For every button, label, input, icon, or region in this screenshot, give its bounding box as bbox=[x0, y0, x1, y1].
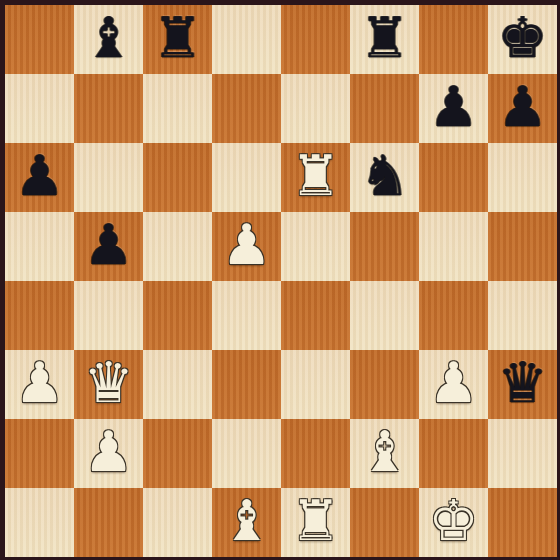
square-g5[interactable] bbox=[419, 212, 488, 281]
square-b3[interactable]: ♛ bbox=[74, 350, 143, 419]
square-a4[interactable] bbox=[5, 281, 74, 350]
piece-white-rook[interactable]: ♜ bbox=[290, 143, 340, 210]
square-d2[interactable] bbox=[212, 419, 281, 488]
square-d5[interactable]: ♟ bbox=[212, 212, 281, 281]
chess-board-frame: ♝♜♜♚♟♟♟♜♞♟♟♟♛♟♛♟♝♝♜♚ bbox=[0, 0, 560, 560]
square-a3[interactable]: ♟ bbox=[5, 350, 74, 419]
square-g1[interactable]: ♚ bbox=[419, 488, 488, 557]
piece-white-pawn[interactable]: ♟ bbox=[221, 212, 271, 279]
piece-white-bishop[interactable]: ♝ bbox=[359, 419, 409, 486]
square-d7[interactable] bbox=[212, 74, 281, 143]
square-e4[interactable] bbox=[281, 281, 350, 350]
piece-black-rook[interactable]: ♜ bbox=[152, 5, 202, 72]
square-c2[interactable] bbox=[143, 419, 212, 488]
square-h1[interactable] bbox=[488, 488, 557, 557]
square-c1[interactable] bbox=[143, 488, 212, 557]
square-g3[interactable]: ♟ bbox=[419, 350, 488, 419]
square-f8[interactable]: ♜ bbox=[350, 5, 419, 74]
square-b2[interactable]: ♟ bbox=[74, 419, 143, 488]
square-e6[interactable]: ♜ bbox=[281, 143, 350, 212]
square-c3[interactable] bbox=[143, 350, 212, 419]
square-b5[interactable]: ♟ bbox=[74, 212, 143, 281]
square-e8[interactable] bbox=[281, 5, 350, 74]
piece-white-bishop[interactable]: ♝ bbox=[221, 488, 271, 555]
square-h2[interactable] bbox=[488, 419, 557, 488]
square-h6[interactable] bbox=[488, 143, 557, 212]
square-g6[interactable] bbox=[419, 143, 488, 212]
square-b6[interactable] bbox=[74, 143, 143, 212]
square-f2[interactable]: ♝ bbox=[350, 419, 419, 488]
square-f1[interactable] bbox=[350, 488, 419, 557]
square-f3[interactable] bbox=[350, 350, 419, 419]
square-h8[interactable]: ♚ bbox=[488, 5, 557, 74]
square-h4[interactable] bbox=[488, 281, 557, 350]
square-c7[interactable] bbox=[143, 74, 212, 143]
piece-black-pawn[interactable]: ♟ bbox=[83, 212, 133, 279]
square-a6[interactable]: ♟ bbox=[5, 143, 74, 212]
piece-black-bishop[interactable]: ♝ bbox=[83, 5, 133, 72]
square-b4[interactable] bbox=[74, 281, 143, 350]
square-f4[interactable] bbox=[350, 281, 419, 350]
piece-white-king[interactable]: ♚ bbox=[428, 488, 478, 555]
square-c4[interactable] bbox=[143, 281, 212, 350]
square-h7[interactable]: ♟ bbox=[488, 74, 557, 143]
square-b8[interactable]: ♝ bbox=[74, 5, 143, 74]
square-c5[interactable] bbox=[143, 212, 212, 281]
piece-white-rook[interactable]: ♜ bbox=[290, 488, 340, 555]
piece-white-pawn[interactable]: ♟ bbox=[83, 419, 133, 486]
square-d8[interactable] bbox=[212, 5, 281, 74]
piece-black-pawn[interactable]: ♟ bbox=[497, 74, 547, 141]
piece-black-pawn[interactable]: ♟ bbox=[14, 143, 64, 210]
square-b1[interactable] bbox=[74, 488, 143, 557]
square-a8[interactable] bbox=[5, 5, 74, 74]
square-e7[interactable] bbox=[281, 74, 350, 143]
piece-black-rook[interactable]: ♜ bbox=[359, 5, 409, 72]
square-e1[interactable]: ♜ bbox=[281, 488, 350, 557]
piece-black-pawn[interactable]: ♟ bbox=[428, 74, 478, 141]
square-a7[interactable] bbox=[5, 74, 74, 143]
square-e5[interactable] bbox=[281, 212, 350, 281]
piece-white-pawn[interactable]: ♟ bbox=[14, 350, 64, 417]
square-e3[interactable] bbox=[281, 350, 350, 419]
square-e2[interactable] bbox=[281, 419, 350, 488]
square-a2[interactable] bbox=[5, 419, 74, 488]
piece-white-queen[interactable]: ♛ bbox=[83, 350, 133, 417]
square-d3[interactable] bbox=[212, 350, 281, 419]
square-g8[interactable] bbox=[419, 5, 488, 74]
square-c6[interactable] bbox=[143, 143, 212, 212]
square-f5[interactable] bbox=[350, 212, 419, 281]
square-g4[interactable] bbox=[419, 281, 488, 350]
piece-black-queen[interactable]: ♛ bbox=[497, 350, 547, 417]
square-a5[interactable] bbox=[5, 212, 74, 281]
square-f7[interactable] bbox=[350, 74, 419, 143]
square-d1[interactable]: ♝ bbox=[212, 488, 281, 557]
square-g2[interactable] bbox=[419, 419, 488, 488]
square-d6[interactable] bbox=[212, 143, 281, 212]
piece-black-king[interactable]: ♚ bbox=[497, 5, 547, 72]
square-g7[interactable]: ♟ bbox=[419, 74, 488, 143]
square-b7[interactable] bbox=[74, 74, 143, 143]
square-h5[interactable] bbox=[488, 212, 557, 281]
square-h3[interactable]: ♛ bbox=[488, 350, 557, 419]
chess-board: ♝♜♜♚♟♟♟♜♞♟♟♟♛♟♛♟♝♝♜♚ bbox=[5, 5, 557, 557]
piece-black-knight[interactable]: ♞ bbox=[359, 143, 409, 210]
square-c8[interactable]: ♜ bbox=[143, 5, 212, 74]
square-a1[interactable] bbox=[5, 488, 74, 557]
square-f6[interactable]: ♞ bbox=[350, 143, 419, 212]
piece-white-pawn[interactable]: ♟ bbox=[428, 350, 478, 417]
square-d4[interactable] bbox=[212, 281, 281, 350]
